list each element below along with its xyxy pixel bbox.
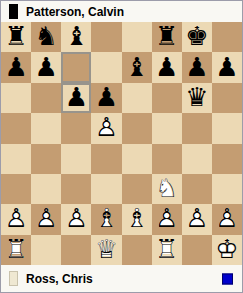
- square-f8[interactable]: ♜: [152, 22, 182, 52]
- piece-glyph: ♜: [1, 24, 31, 50]
- square-b1[interactable]: [31, 235, 61, 265]
- square-e6[interactable]: [122, 83, 152, 113]
- piece-glyph-outline: ♙: [1, 206, 31, 232]
- square-h2[interactable]: ♟♙: [212, 204, 242, 234]
- square-c6[interactable]: ♟: [61, 83, 91, 113]
- piece-glyph-outline: ♙: [212, 206, 242, 232]
- square-d8[interactable]: [91, 22, 121, 52]
- black-player-name: Patterson, Calvin: [26, 5, 124, 19]
- white-pawn: ♟♙: [152, 204, 182, 234]
- square-e3[interactable]: [122, 174, 152, 204]
- black-pawn: ♟: [212, 52, 242, 82]
- square-g5[interactable]: [182, 113, 212, 143]
- square-c3[interactable]: [61, 174, 91, 204]
- square-d3[interactable]: [91, 174, 121, 204]
- square-h4[interactable]: [212, 144, 242, 174]
- square-b6[interactable]: [31, 83, 61, 113]
- square-c8[interactable]: ♝: [61, 22, 91, 52]
- square-g6[interactable]: ♛: [182, 83, 212, 113]
- square-b3[interactable]: [31, 174, 61, 204]
- piece-glyph: ♟: [61, 84, 91, 110]
- white-bishop: ♝♗: [122, 204, 152, 234]
- black-queen: ♛: [182, 83, 212, 113]
- square-b7[interactable]: ♟: [31, 52, 61, 82]
- piece-glyph-outline: ♕: [91, 236, 121, 262]
- square-d6[interactable]: ♟: [91, 83, 121, 113]
- square-d2[interactable]: ♝♗: [91, 204, 121, 234]
- white-knight: ♞♘: [152, 174, 182, 204]
- square-e5[interactable]: [122, 113, 152, 143]
- piece-glyph: ♟: [1, 54, 31, 80]
- piece-glyph-outline: ♖: [1, 236, 31, 262]
- piece-glyph-outline: ♖: [152, 236, 182, 262]
- white-queen: ♛♕: [91, 235, 121, 265]
- square-a2[interactable]: ♟♙: [1, 204, 31, 234]
- black-pawn: ♟: [31, 52, 61, 82]
- square-f7[interactable]: ♟: [152, 52, 182, 82]
- white-bishop: ♝♗: [91, 204, 121, 234]
- black-pawn: ♟: [152, 52, 182, 82]
- white-player-name: Ross, Chris: [26, 272, 93, 286]
- square-a6[interactable]: [1, 83, 31, 113]
- piece-glyph: ♝: [122, 54, 152, 80]
- square-c2[interactable]: ♟♙: [61, 204, 91, 234]
- piece-glyph-outline: ♔: [212, 236, 242, 262]
- white-player-color-icon: [9, 271, 18, 286]
- square-a5[interactable]: [1, 113, 31, 143]
- square-g8[interactable]: ♚: [182, 22, 212, 52]
- square-e7[interactable]: ♝: [122, 52, 152, 82]
- piece-glyph-outline: ♗: [91, 206, 121, 232]
- square-c5[interactable]: [61, 113, 91, 143]
- piece-glyph-outline: ♙: [31, 206, 61, 232]
- square-g2[interactable]: ♟♙: [182, 204, 212, 234]
- piece-glyph: ♟: [212, 54, 242, 80]
- white-pawn: ♟♙: [61, 204, 91, 234]
- piece-glyph-outline: ♙: [61, 206, 91, 232]
- square-d1[interactable]: ♛♕: [91, 235, 121, 265]
- chess-board: ♜♞♝♜♚♟♟♝♟♟♟♟♟♛♟♙♞♘♟♙♟♙♟♙♝♗♝♗♟♙♟♙♟♙♜♖♛♕♜♖…: [1, 22, 242, 265]
- black-bishop: ♝: [61, 22, 91, 52]
- square-c1[interactable]: [61, 235, 91, 265]
- black-pawn: ♟: [61, 83, 91, 113]
- white-pawn: ♟♙: [31, 204, 61, 234]
- black-pawn: ♟: [182, 52, 212, 82]
- square-h1[interactable]: ♚♔: [212, 235, 242, 265]
- square-e1[interactable]: [122, 235, 152, 265]
- piece-glyph: ♛: [182, 84, 212, 110]
- chess-window: Patterson, Calvin ♜♞♝♜♚♟♟♝♟♟♟♟♟♛♟♙♞♘♟♙♟♙…: [0, 0, 243, 293]
- square-b8[interactable]: ♞: [31, 22, 61, 52]
- square-f2[interactable]: ♟♙: [152, 204, 182, 234]
- piece-glyph-outline: ♙: [91, 115, 121, 141]
- square-a1[interactable]: ♜♖: [1, 235, 31, 265]
- piece-glyph-outline: ♘: [152, 176, 182, 202]
- black-rook: ♜: [1, 22, 31, 52]
- black-player-color-icon: [9, 4, 18, 19]
- square-f1[interactable]: ♜♖: [152, 235, 182, 265]
- square-a8[interactable]: ♜: [1, 22, 31, 52]
- turn-indicator: [222, 273, 233, 284]
- piece-glyph-outline: ♗: [122, 206, 152, 232]
- square-f5[interactable]: [152, 113, 182, 143]
- black-rook: ♜: [152, 22, 182, 52]
- piece-glyph: ♚: [182, 24, 212, 50]
- square-b5[interactable]: [31, 113, 61, 143]
- white-pawn: ♟♙: [182, 204, 212, 234]
- square-g4[interactable]: [182, 144, 212, 174]
- piece-glyph: ♟: [182, 54, 212, 80]
- square-h6[interactable]: [212, 83, 242, 113]
- square-d4[interactable]: [91, 144, 121, 174]
- black-bishop: ♝: [122, 52, 152, 82]
- white-rook: ♜♖: [1, 235, 31, 265]
- square-c4[interactable]: [61, 144, 91, 174]
- white-pawn: ♟♙: [91, 113, 121, 143]
- square-h7[interactable]: ♟: [212, 52, 242, 82]
- black-pawn: ♟: [91, 83, 121, 113]
- square-g3[interactable]: [182, 174, 212, 204]
- piece-glyph: ♝: [61, 24, 91, 50]
- square-a7[interactable]: ♟: [1, 52, 31, 82]
- square-g7[interactable]: ♟: [182, 52, 212, 82]
- white-pawn: ♟♙: [1, 204, 31, 234]
- square-a3[interactable]: [1, 174, 31, 204]
- white-pawn: ♟♙: [212, 204, 242, 234]
- square-f3[interactable]: ♞♘: [152, 174, 182, 204]
- square-b4[interactable]: [31, 144, 61, 174]
- square-d5[interactable]: ♟♙: [91, 113, 121, 143]
- piece-glyph-outline: ♙: [152, 206, 182, 232]
- piece-glyph: ♞: [31, 24, 61, 50]
- piece-glyph-outline: ♙: [182, 206, 212, 232]
- black-player-bar: Patterson, Calvin: [1, 1, 242, 22]
- square-e8[interactable]: [122, 22, 152, 52]
- white-player-bar: Ross, Chris: [1, 265, 242, 292]
- white-king: ♚♔: [212, 235, 242, 265]
- square-h8[interactable]: [212, 22, 242, 52]
- square-d7[interactable]: [91, 52, 121, 82]
- piece-glyph: ♜: [152, 24, 182, 50]
- piece-glyph: ♟: [91, 84, 121, 110]
- square-e2[interactable]: ♝♗: [122, 204, 152, 234]
- black-knight: ♞: [31, 22, 61, 52]
- square-h5[interactable]: [212, 113, 242, 143]
- square-b2[interactable]: ♟♙: [31, 204, 61, 234]
- square-g1[interactable]: [182, 235, 212, 265]
- square-f4[interactable]: [152, 144, 182, 174]
- square-h3[interactable]: [212, 174, 242, 204]
- white-rook: ♜♖: [152, 235, 182, 265]
- black-pawn: ♟: [1, 52, 31, 82]
- square-f6[interactable]: [152, 83, 182, 113]
- black-king: ♚: [182, 22, 212, 52]
- square-c7[interactable]: [61, 52, 91, 82]
- piece-glyph: ♟: [31, 54, 61, 80]
- square-e4[interactable]: [122, 144, 152, 174]
- piece-glyph: ♟: [152, 54, 182, 80]
- square-a4[interactable]: [1, 144, 31, 174]
